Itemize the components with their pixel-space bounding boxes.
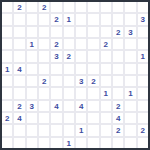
cell-r6c3: 2 — [39, 76, 49, 86]
cell-r0c6[interactable] — [76, 2, 86, 12]
cell-r8c7[interactable] — [88, 101, 98, 111]
cell-r10c5[interactable] — [64, 125, 74, 135]
cell-r10c10[interactable] — [125, 125, 135, 135]
cell-r4c10[interactable] — [125, 51, 135, 61]
cell-r6c4[interactable] — [51, 76, 61, 86]
cell-r9c1: 4 — [14, 113, 24, 123]
cell-r0c4[interactable] — [51, 2, 61, 12]
cell-r11c9[interactable] — [113, 138, 123, 148]
cell-r0c9[interactable] — [113, 2, 123, 12]
cell-r11c6[interactable] — [76, 138, 86, 148]
cell-r1c9[interactable] — [113, 14, 123, 24]
cell-r7c2[interactable] — [27, 88, 37, 98]
clue-number: 2 — [116, 28, 120, 36]
cell-r7c9[interactable] — [113, 88, 123, 98]
cell-r11c4[interactable] — [51, 138, 61, 148]
cell-r8c2: 3 — [27, 101, 37, 111]
clue-number: 2 — [17, 102, 21, 110]
clue-number: 3 — [30, 102, 34, 110]
cell-r3c6[interactable] — [76, 39, 86, 49]
cell-r7c0[interactable] — [2, 88, 12, 98]
cell-r3c3[interactable] — [39, 39, 49, 49]
cell-r10c4[interactable] — [51, 125, 61, 135]
clue-number: 2 — [5, 115, 9, 123]
cell-r9c5[interactable] — [64, 113, 74, 123]
cell-r9c2[interactable] — [27, 113, 37, 123]
cell-r9c0: 2 — [2, 113, 12, 123]
clue-number: 2 — [116, 127, 120, 135]
cell-r6c0[interactable] — [2, 76, 12, 86]
cell-r3c2: 1 — [27, 39, 37, 49]
cell-r7c8: 1 — [101, 88, 111, 98]
cell-r5c1: 4 — [14, 64, 24, 74]
clue-number: 1 — [67, 139, 71, 147]
cell-r8c9: 2 — [113, 101, 123, 111]
clue-number: 2 — [54, 16, 58, 24]
clue-number: 4 — [54, 102, 58, 110]
cell-r1c5: 1 — [64, 14, 74, 24]
cell-r2c2[interactable] — [27, 27, 37, 37]
clue-number: 3 — [141, 16, 145, 24]
cell-r4c0[interactable] — [2, 51, 12, 61]
cell-r0c2[interactable] — [27, 2, 37, 12]
clue-number: 2 — [91, 78, 95, 86]
cell-r2c3[interactable] — [39, 27, 49, 37]
cell-r1c4: 2 — [51, 14, 61, 24]
cell-r3c8: 2 — [101, 39, 111, 49]
cell-r4c11: 1 — [138, 51, 148, 61]
cell-r11c8[interactable] — [101, 138, 111, 148]
cell-r4c2[interactable] — [27, 51, 37, 61]
cell-r9c3[interactable] — [39, 113, 49, 123]
cell-r0c5[interactable] — [64, 2, 74, 12]
clue-number: 4 — [116, 115, 120, 123]
cell-r1c6[interactable] — [76, 14, 86, 24]
clue-number: 1 — [67, 16, 71, 24]
cell-r11c5: 1 — [64, 138, 74, 148]
cell-r10c1[interactable] — [14, 125, 24, 135]
cell-r1c11: 3 — [138, 14, 148, 24]
cell-r0c3: 2 — [39, 2, 49, 12]
cell-r4c4: 3 — [51, 51, 61, 61]
cell-r1c0[interactable] — [2, 14, 12, 24]
cell-r8c4: 4 — [51, 101, 61, 111]
cell-r2c9: 2 — [113, 27, 123, 37]
clue-number: 2 — [141, 127, 145, 135]
cell-r9c7[interactable] — [88, 113, 98, 123]
cell-r9c8[interactable] — [101, 113, 111, 123]
cell-r7c7[interactable] — [88, 88, 98, 98]
cell-r5c8[interactable] — [101, 64, 111, 74]
cell-r1c1[interactable] — [14, 14, 24, 24]
cell-r1c10[interactable] — [125, 14, 135, 24]
cell-r9c4[interactable] — [51, 113, 61, 123]
cell-r2c0[interactable] — [2, 27, 12, 37]
cell-r2c5[interactable] — [64, 27, 74, 37]
cell-r11c3[interactable] — [39, 138, 49, 148]
cell-r8c1: 2 — [14, 101, 24, 111]
cell-r10c3[interactable] — [39, 125, 49, 135]
clue-number: 1 — [79, 127, 83, 135]
cell-r3c10[interactable] — [125, 39, 135, 49]
cell-r0c1: 2 — [14, 2, 24, 12]
clue-number: 2 — [42, 4, 46, 12]
clue-number: 2 — [116, 102, 120, 110]
cell-r6c2[interactable] — [27, 76, 37, 86]
cell-r6c11[interactable] — [138, 76, 148, 86]
cell-r6c8[interactable] — [101, 76, 111, 86]
cell-r8c3[interactable] — [39, 101, 49, 111]
clue-number: 1 — [30, 41, 34, 49]
cell-r2c4[interactable] — [51, 27, 61, 37]
cell-r7c5[interactable] — [64, 88, 74, 98]
cell-r8c0[interactable] — [2, 101, 12, 111]
cell-r5c0: 1 — [2, 64, 12, 74]
cell-r3c0[interactable] — [2, 39, 12, 49]
cell-r5c3[interactable] — [39, 64, 49, 74]
cell-r0c7[interactable] — [88, 2, 98, 12]
cell-r5c6[interactable] — [76, 64, 86, 74]
cell-r4c1[interactable] — [14, 51, 24, 61]
cell-r1c8[interactable] — [101, 14, 111, 24]
cell-r2c10: 3 — [125, 27, 135, 37]
cell-r7c10: 1 — [125, 88, 135, 98]
cell-r6c9[interactable] — [113, 76, 123, 86]
clue-number: 3 — [54, 53, 58, 61]
clue-number: 2 — [104, 41, 108, 49]
cell-r6c1[interactable] — [14, 76, 24, 86]
cell-r9c10[interactable] — [125, 113, 135, 123]
cell-r3c1[interactable] — [14, 39, 24, 49]
cell-r0c10[interactable] — [125, 2, 135, 12]
cell-r0c11[interactable] — [138, 2, 148, 12]
cell-r11c11[interactable] — [138, 138, 148, 148]
cell-r10c0[interactable] — [2, 125, 12, 135]
clue-number: 1 — [5, 65, 9, 73]
cell-r11c1[interactable] — [14, 138, 24, 148]
cell-r6c7: 2 — [88, 76, 98, 86]
clue-number: 1 — [128, 90, 132, 98]
cell-r3c5[interactable] — [64, 39, 74, 49]
cell-r2c6[interactable] — [76, 27, 86, 37]
cell-r10c2[interactable] — [27, 125, 37, 135]
cell-r5c7[interactable] — [88, 64, 98, 74]
clue-number: 3 — [128, 28, 132, 36]
cell-r5c9[interactable] — [113, 64, 123, 74]
cell-r5c4[interactable] — [51, 64, 61, 74]
cell-r4c6[interactable] — [76, 51, 86, 61]
cell-r3c7[interactable] — [88, 39, 98, 49]
cell-r2c8[interactable] — [101, 27, 111, 37]
cell-r10c11: 2 — [138, 125, 148, 135]
clue-number: 2 — [17, 4, 21, 12]
cell-r7c3[interactable] — [39, 88, 49, 98]
clue-number: 2 — [67, 53, 71, 61]
cell-r2c7[interactable] — [88, 27, 98, 37]
cell-r5c2[interactable] — [27, 64, 37, 74]
cell-r7c6[interactable] — [76, 88, 86, 98]
cell-r9c6[interactable] — [76, 113, 86, 123]
cell-r6c10[interactable] — [125, 76, 135, 86]
cell-r5c10[interactable] — [125, 64, 135, 74]
cell-r7c11[interactable] — [138, 88, 148, 98]
cell-r6c6: 3 — [76, 76, 86, 86]
cell-r11c2[interactable] — [27, 138, 37, 148]
cell-r2c1[interactable] — [14, 27, 24, 37]
cell-r4c3[interactable] — [39, 51, 49, 61]
cell-r9c9: 4 — [113, 113, 123, 123]
cell-r9c11[interactable] — [138, 113, 148, 123]
cell-r0c0[interactable] — [2, 2, 12, 12]
cell-r11c7[interactable] — [88, 138, 98, 148]
cell-r10c7[interactable] — [88, 125, 98, 135]
cell-r8c11[interactable] — [138, 101, 148, 111]
cell-r5c11[interactable] — [138, 64, 148, 74]
cell-r3c9[interactable] — [113, 39, 123, 49]
cell-r3c4: 2 — [51, 39, 61, 49]
cell-r4c9[interactable] — [113, 51, 123, 61]
cell-r11c10[interactable] — [125, 138, 135, 148]
minesweeper-board: 22213231223211423211234422441221 — [0, 0, 150, 150]
cell-r0c8[interactable] — [101, 2, 111, 12]
cell-r8c6: 4 — [76, 101, 86, 111]
clue-number: 4 — [79, 102, 83, 110]
cell-r5c5[interactable] — [64, 64, 74, 74]
clue-number: 1 — [141, 53, 145, 61]
clue-number: 1 — [104, 90, 108, 98]
clue-number: 4 — [17, 115, 21, 123]
cell-r1c2[interactable] — [27, 14, 37, 24]
cell-r11c0[interactable] — [2, 138, 12, 148]
cell-r2c11[interactable] — [138, 27, 148, 37]
clue-number: 2 — [42, 78, 46, 86]
cell-r4c5: 2 — [64, 51, 74, 61]
cell-r8c10[interactable] — [125, 101, 135, 111]
cell-r10c9: 2 — [113, 125, 123, 135]
cell-r8c8[interactable] — [101, 101, 111, 111]
cell-r3c11[interactable] — [138, 39, 148, 49]
cell-r4c7[interactable] — [88, 51, 98, 61]
cell-r7c4[interactable] — [51, 88, 61, 98]
cell-r8c5[interactable] — [64, 101, 74, 111]
clue-number: 2 — [54, 41, 58, 49]
cell-r1c7[interactable] — [88, 14, 98, 24]
cell-r10c6: 1 — [76, 125, 86, 135]
clue-number: 4 — [17, 65, 21, 73]
cell-r10c8[interactable] — [101, 125, 111, 135]
cell-r7c1[interactable] — [14, 88, 24, 98]
cell-r4c8[interactable] — [101, 51, 111, 61]
cell-r6c5[interactable] — [64, 76, 74, 86]
cell-r1c3[interactable] — [39, 14, 49, 24]
clue-number: 3 — [79, 78, 83, 86]
